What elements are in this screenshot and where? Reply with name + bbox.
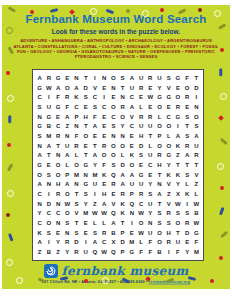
grid-cell-r5c18: O — [192, 112, 201, 122]
grid-cell-r6c11: C — [127, 121, 136, 131]
grid-cell-r1c1: A — [35, 73, 44, 83]
grid-cell-r11c1: O — [35, 170, 44, 180]
grid-cell-r11c11: A — [127, 170, 136, 180]
grid-cell-r8c14: O — [155, 141, 164, 151]
grid-cell-r19c7: Q — [90, 247, 99, 257]
grid-cell-r2c12: R — [136, 83, 145, 93]
grid-cell-r10c11: O — [127, 160, 136, 170]
grid-cell-r17c3: E — [53, 228, 62, 238]
grid-cell-r3c15: G — [164, 92, 173, 102]
grid-cell-r4c12: L — [136, 102, 145, 112]
grid-cell-r4c6: E — [81, 102, 90, 112]
grid-cell-r3c16: O — [173, 92, 182, 102]
grid-cell-r8c3: T — [53, 141, 62, 151]
grid-cell-r15c7: W — [90, 209, 99, 219]
grid-cell-r10c16: T — [173, 160, 182, 170]
grid-cell-r7c12: H — [136, 131, 145, 141]
confetti-ring-icon — [6, 259, 13, 266]
grid-cell-r15c10: K — [118, 209, 127, 219]
grid-cell-r8c6: E — [81, 141, 90, 151]
grid-cell-r14c8: A — [100, 199, 109, 209]
grid-cell-r19c16: F — [173, 247, 182, 257]
grid-cell-r8c10: O — [118, 141, 127, 151]
confetti-bone-icon — [8, 233, 13, 241]
grid-cell-r13c3: R — [53, 189, 62, 199]
grid-cell-r4c13: E — [146, 102, 155, 112]
grid-cell-r4c11: A — [127, 102, 136, 112]
grid-cell-r12c2: N — [44, 180, 53, 190]
nautilus-shell-icon — [44, 264, 58, 278]
grid-cell-r12c4: A — [63, 180, 72, 190]
grid-cell-r9c13: U — [146, 150, 155, 160]
grid-cell-r19c10: P — [118, 247, 127, 257]
grid-cell-r4c15: E — [164, 102, 173, 112]
grid-cell-r5c16: G — [173, 112, 182, 122]
grid-cell-r8c16: K — [173, 141, 182, 151]
confetti-dot-icon — [220, 48, 224, 52]
grid-cell-r2c6: D — [81, 83, 90, 93]
grid-cell-r11c14: T — [155, 170, 164, 180]
grid-cell-r6c13: U — [146, 121, 155, 131]
grid-cell-r15c4: O — [63, 209, 72, 219]
grid-cell-r7c13: T — [146, 131, 155, 141]
grid-cell-r15c16: S — [173, 209, 182, 219]
grid-cell-r11c8: K — [100, 170, 109, 180]
grid-cell-r18c8: C — [100, 238, 109, 248]
grid-cell-r2c4: O — [63, 83, 72, 93]
grid-cell-r8c12: D — [136, 141, 145, 151]
grid-cell-r6c9: S — [109, 121, 118, 131]
grid-cell-r19c18: M — [192, 247, 201, 257]
address-text: 767 Clifton Rd. NE • Atlanta, GA 30307 •… — [42, 280, 149, 284]
grid-cell-r1c2: R — [44, 73, 53, 83]
grid-cell-r5c4: A — [63, 112, 72, 122]
grid-cell-r15c12: W — [136, 209, 145, 219]
grid-cell-r12c6: G — [81, 180, 90, 190]
grid-cell-r9c18: R — [192, 150, 201, 160]
grid-cell-r9c16: Z — [173, 150, 182, 160]
grid-cell-r3c8: I — [100, 92, 109, 102]
grid-cell-r10c8: F — [100, 160, 109, 170]
grid-cell-r19c4: Y — [63, 247, 72, 257]
grid-cell-r14c7: Z — [90, 199, 99, 209]
grid-cell-r10c4: L — [63, 160, 72, 170]
confetti-squiggle-icon — [220, 138, 228, 145]
grid-cell-r2c9: N — [109, 83, 118, 93]
grid-cell-r3c1: C — [35, 92, 44, 102]
grid-cell-r12c8: E — [100, 180, 109, 190]
grid-cell-r3c17: R — [183, 92, 192, 102]
grid-cell-r18c7: A — [90, 238, 99, 248]
grid-cell-r7c10: N — [118, 131, 127, 141]
grid-cell-r14c18: W — [192, 199, 201, 209]
page-title: Fernbank Museum Word Search — [2, 13, 230, 25]
grid-cell-r5c14: L — [155, 112, 164, 122]
grid-cell-r1c12: U — [136, 73, 145, 83]
grid-cell-r16c7: L — [90, 218, 99, 228]
grid-cell-r10c10: D — [118, 160, 127, 170]
grid-cell-r17c11: E — [127, 228, 136, 238]
grid-cell-r13c2: I — [44, 189, 53, 199]
grid-cell-r1c15: S — [164, 73, 173, 83]
grid-cell-r13c16: X — [173, 189, 182, 199]
grid-cell-r5c7: F — [90, 112, 99, 122]
grid-cell-r11c17: S — [183, 170, 192, 180]
grid-cell-r4c17: E — [183, 102, 192, 112]
grid-cell-r10c9: S — [109, 160, 118, 170]
grid-cell-r6c15: O — [164, 121, 173, 131]
grid-cell-r18c3: Y — [53, 238, 62, 248]
grid-cell-r7c17: S — [183, 131, 192, 141]
grid-cell-r11c2: S — [44, 170, 53, 180]
grid-cell-r16c4: S — [63, 218, 72, 228]
grid-cell-r16c16: O — [173, 218, 182, 228]
grid-cell-r1c7: I — [90, 73, 99, 83]
grid-cell-r12c18: Z — [192, 180, 201, 190]
grid-cell-r18c16: U — [173, 238, 182, 248]
grid-cell-r8c18: U — [192, 141, 201, 151]
grid-cell-r15c3: C — [53, 209, 62, 219]
grid-cell-r9c15: G — [164, 150, 173, 160]
word-list-line: PTERODAUSTRO • SCIENCE • SENSES — [2, 54, 230, 59]
grid-cell-r14c16: W — [173, 199, 182, 209]
grid-cell-r12c14: N — [155, 180, 164, 190]
grid-cell-r5c11: V — [127, 112, 136, 122]
grid-cell-r7c7: E — [90, 131, 99, 141]
grid-cell-r16c5: T — [72, 218, 81, 228]
grid-cell-r19c15: I — [164, 247, 173, 257]
grid-cell-r19c17: Y — [183, 247, 192, 257]
confetti-ring-icon — [102, 277, 109, 284]
grid-cell-r16c9: A — [109, 218, 118, 228]
grid-cell-r10c2: E — [44, 160, 53, 170]
grid-cell-r19c5: R — [72, 247, 81, 257]
grid-cell-r9c10: L — [118, 150, 127, 160]
grid-cell-r19c14: B — [155, 247, 164, 257]
grid-cell-r9c1: A — [35, 150, 44, 160]
grid-cell-r6c12: U — [136, 121, 145, 131]
grid-cell-r5c8: E — [100, 112, 109, 122]
grid-cell-r5c15: C — [164, 112, 173, 122]
confetti-dot-icon — [126, 9, 130, 13]
grid-cell-r17c10: P — [118, 228, 127, 238]
grid-cell-r17c15: H — [164, 228, 173, 238]
grid-cell-r11c15: K — [164, 170, 173, 180]
grid-cell-r2c8: E — [100, 83, 109, 93]
grid-cell-r9c14: R — [155, 150, 164, 160]
grid-cell-r11c3: O — [53, 170, 62, 180]
grid-cell-r13c4: O — [63, 189, 72, 199]
grid-cell-r6c18: S — [192, 121, 201, 131]
grid-cell-r17c4: N — [63, 228, 72, 238]
grid-cell-r10c14: H — [155, 160, 164, 170]
grid-cell-r12c17: L — [183, 180, 192, 190]
grid-cell-r17c7: S — [90, 228, 99, 238]
confetti-ring-icon — [214, 10, 221, 17]
grid-cell-r13c11: P — [127, 189, 136, 199]
grid-cell-r17c2: S — [44, 228, 53, 238]
grid-cell-r8c5: R — [72, 141, 81, 151]
grid-cell-r17c9: B — [109, 228, 118, 238]
grid-cell-r13c5: T — [72, 189, 81, 199]
grid-cell-r18c5: D — [72, 238, 81, 248]
grid-cell-r12c13: Y — [146, 180, 155, 190]
grid-cell-r3c7: C — [90, 92, 99, 102]
grid-cell-r6c1: G — [35, 121, 44, 131]
grid-cell-r16c11: I — [127, 218, 136, 228]
grid-cell-r7c4: N — [63, 131, 72, 141]
grid-cell-r15c13: Y — [146, 209, 155, 219]
grid-cell-r6c8: E — [100, 121, 109, 131]
grid-cell-r16c12: O — [136, 218, 145, 228]
grid-cell-r19c3: Z — [53, 247, 62, 257]
confetti-dot-icon — [6, 71, 10, 75]
grid-cell-r16c6: E — [81, 218, 90, 228]
grid-cell-r3c12: E — [136, 92, 145, 102]
instructions-text: Look for these words in the puzzle below… — [2, 28, 230, 35]
grid-cell-r1c18: T — [192, 73, 201, 83]
grid-cell-r18c13: F — [146, 238, 155, 248]
grid-cell-r13c12: R — [136, 189, 145, 199]
grid-cell-r4c3: G — [53, 102, 62, 112]
grid-cell-r9c12: S — [136, 150, 145, 160]
grid-cell-r16c1: C — [35, 218, 44, 228]
grid-cell-r14c9: V — [109, 199, 118, 209]
grid-cell-r18c14: O — [155, 238, 164, 248]
grid-cell-r8c4: U — [63, 141, 72, 151]
grid-cell-r11c12: G — [136, 170, 145, 180]
grid-cell-r8c17: R — [183, 141, 192, 151]
footer-logo: fernbank museum — [2, 263, 230, 279]
grid-cell-r13c7: I — [90, 189, 99, 199]
grid-cell-r3c6: S — [81, 92, 90, 102]
grid-cell-r13c13: S — [146, 189, 155, 199]
grid-cell-r18c11: M — [127, 238, 136, 248]
grid-cell-r2c10: T — [118, 83, 127, 93]
grid-cell-r7c11: E — [127, 131, 136, 141]
grid-cell-r2c16: E — [173, 83, 182, 93]
grid-cell-r12c3: H — [53, 180, 62, 190]
grid-cell-r10c12: E — [136, 160, 145, 170]
grid-cell-r3c2: I — [44, 92, 53, 102]
grid-cell-r11c4: P — [63, 170, 72, 180]
grid-cell-r19c9: Q — [109, 247, 118, 257]
grid-cell-r7c8: E — [100, 131, 109, 141]
grid-cell-r13c17: K — [183, 189, 192, 199]
grid-cell-r14c6: Y — [81, 199, 90, 209]
grid-cell-r11c6: N — [81, 170, 90, 180]
grid-cell-r4c18: N — [192, 102, 201, 112]
grid-cell-r18c15: R — [164, 238, 173, 248]
grid-cell-r8c2: A — [44, 141, 53, 151]
grid-cell-r9c3: N — [53, 150, 62, 160]
grid-cell-r10c3: O — [53, 160, 62, 170]
grid-cell-r18c18: F — [192, 238, 201, 248]
grid-cell-r6c3: C — [53, 121, 62, 131]
grid-cell-r4c8: C — [100, 102, 109, 112]
grid-cell-r9c6: T — [81, 150, 90, 160]
grid-cell-r6c14: O — [155, 121, 164, 131]
grid-cell-r1c9: O — [109, 73, 118, 83]
grid-cell-r17c1: K — [35, 228, 44, 238]
grid-cell-r19c2: B — [44, 247, 53, 257]
grid-cell-r16c18: W — [192, 218, 201, 228]
grid-cell-r11c18: V — [192, 170, 201, 180]
grid-cell-r15c5: V — [72, 209, 81, 219]
grid-cell-r1c3: G — [53, 73, 62, 83]
grid-cell-r16c2: O — [44, 218, 53, 228]
grid-cell-r15c18: B — [192, 209, 201, 219]
grid-cell-r9c5: L — [72, 150, 81, 160]
grid-cell-r11c16: K — [173, 170, 182, 180]
grid-cell-r8c15: O — [164, 141, 173, 151]
grid-cell-r16c3: N — [53, 218, 62, 228]
grid-cell-r14c1: N — [35, 199, 44, 209]
grid-cell-r14c15: V — [164, 199, 173, 209]
grid-cell-r15c9: Q — [109, 209, 118, 219]
grid-cell-r13c10: R — [118, 189, 127, 199]
grid-cell-r10c6: G — [81, 160, 90, 170]
grid-cell-r10c5: O — [72, 160, 81, 170]
grid-cell-r17c16: T — [173, 228, 182, 238]
confetti-dot-icon — [30, 10, 34, 14]
grid-cell-r9c2: T — [44, 150, 53, 160]
flyer-background: Fernbank Museum Word Search Look for the… — [2, 5, 230, 289]
word-search-grid: ARGENTINOSAURUSGFTGWAOADVENTUREYVEODCIFR… — [35, 73, 201, 257]
grid-cell-r5c5: P — [72, 112, 81, 122]
confetti-squiggle-icon — [220, 231, 228, 238]
grid-cell-r15c17: S — [183, 209, 192, 219]
grid-cell-r14c4: W — [63, 199, 72, 209]
grid-cell-r10c17: T — [183, 160, 192, 170]
grid-cell-r6c16: I — [173, 121, 182, 131]
grid-cell-r8c11: E — [127, 141, 136, 151]
confetti-ring-icon — [220, 93, 227, 100]
grid-cell-r1c17: F — [183, 73, 192, 83]
grid-cell-r9c8: O — [100, 150, 109, 160]
grid-cell-r11c13: E — [146, 170, 155, 180]
grid-cell-r2c7: V — [90, 83, 99, 93]
grid-cell-r11c10: A — [118, 170, 127, 180]
confetti-ring-icon — [142, 10, 149, 17]
grid-cell-r3c13: W — [146, 92, 155, 102]
grid-cell-r7c9: N — [109, 131, 118, 141]
confetti-bone-icon — [219, 207, 224, 215]
confetti-dot-icon — [220, 186, 224, 190]
grid-cell-r4c5: C — [72, 102, 81, 112]
grid-cell-r15c8: W — [100, 209, 109, 219]
grid-cell-r13c1: C — [35, 189, 44, 199]
grid-cell-r5c1: N — [35, 112, 44, 122]
grid-cell-r2c14: Y — [155, 83, 164, 93]
grid-cell-r5c12: R — [136, 112, 145, 122]
grid-cell-r9c4: A — [63, 150, 72, 160]
grid-cell-r13c18: L — [192, 189, 201, 199]
grid-cell-r8c7: T — [90, 141, 99, 151]
grid-cell-r2c18: D — [192, 83, 201, 93]
puzzle-grid-box: ARGENTINOSAURUSGFTGWAOADVENTUREYVEODCIFR… — [32, 69, 204, 261]
confetti-ring-icon — [6, 27, 13, 34]
grid-cell-r12c15: V — [164, 180, 173, 190]
grid-cell-r16c15: S — [164, 218, 173, 228]
grid-cell-r15c1: Y — [35, 209, 44, 219]
grid-cell-r1c11: A — [127, 73, 136, 83]
grid-cell-r14c5: S — [72, 199, 81, 209]
grid-cell-r4c2: U — [44, 102, 53, 112]
grid-cell-r17c14: O — [155, 228, 164, 238]
grid-cell-r18c9: X — [109, 238, 118, 248]
grid-cell-r10c7: Y — [90, 160, 99, 170]
grid-cell-r10c1: G — [35, 160, 44, 170]
grid-cell-r1c16: G — [173, 73, 182, 83]
grid-cell-r18c6: I — [81, 238, 90, 248]
confetti-ring-icon — [217, 163, 224, 170]
grid-cell-r3c14: G — [155, 92, 164, 102]
grid-cell-r3c3: F — [53, 92, 62, 102]
grid-cell-r17c6: E — [81, 228, 90, 238]
grid-cell-r7c18: A — [192, 131, 201, 141]
grid-cell-r19c1: Z — [35, 247, 44, 257]
grid-cell-r5c9: C — [109, 112, 118, 122]
grid-cell-r7c1: S — [35, 131, 44, 141]
grid-cell-r18c17: E — [183, 238, 192, 248]
grid-cell-r3c4: R — [63, 92, 72, 102]
grid-cell-r1c6: T — [81, 73, 90, 83]
grid-cell-r13c9: E — [109, 189, 118, 199]
grid-cell-r8c8: R — [100, 141, 109, 151]
grid-cell-r16c17: R — [183, 218, 192, 228]
grid-cell-r19c12: F — [136, 247, 145, 257]
grid-cell-r6c5: N — [72, 121, 81, 131]
grid-cell-r19c6: U — [81, 247, 90, 257]
grid-cell-r7c14: P — [155, 131, 164, 141]
grid-cell-r12c12: U — [136, 180, 145, 190]
grid-cell-r5c3: E — [53, 112, 62, 122]
grid-cell-r1c14: U — [155, 73, 164, 83]
grid-cell-r7c5: F — [72, 131, 81, 141]
confetti-dot-icon — [198, 8, 202, 12]
grid-cell-r14c14: T — [155, 199, 164, 209]
confetti-squiggle-icon — [7, 163, 13, 171]
grid-cell-r18c12: L — [136, 238, 145, 248]
grid-cell-r19c13: F — [146, 247, 155, 257]
grid-cell-r2c5: A — [72, 83, 81, 93]
grid-cell-r10c18: T — [192, 160, 201, 170]
grid-cell-r14c12: C — [136, 199, 145, 209]
grid-cell-r5c10: O — [118, 112, 127, 122]
grid-cell-r8c1: N — [35, 141, 44, 151]
grid-cell-r13c15: Z — [164, 189, 173, 199]
grid-cell-r2c1: G — [35, 83, 44, 93]
grid-cell-r12c5: N — [72, 180, 81, 190]
grid-cell-r4c1: S — [35, 102, 44, 112]
grid-cell-r9c9: O — [109, 150, 118, 160]
grid-cell-r18c4: R — [63, 238, 72, 248]
grid-cell-r11c5: M — [72, 170, 81, 180]
grid-cell-r7c6: O — [81, 131, 90, 141]
grid-cell-r17c12: W — [136, 228, 145, 238]
grid-cell-r3c9: E — [109, 92, 118, 102]
grid-cell-r14c2: D — [44, 199, 53, 209]
confetti-dot-icon — [219, 256, 223, 260]
grid-cell-r2c2: W — [44, 83, 53, 93]
grid-cell-r18c1: A — [35, 238, 44, 248]
grid-cell-r14c10: K — [118, 199, 127, 209]
grid-cell-r2c17: O — [183, 83, 192, 93]
grid-cell-r3c18: I — [192, 92, 201, 102]
confetti-dot-icon — [210, 279, 214, 283]
grid-cell-r1c8: N — [100, 73, 109, 83]
